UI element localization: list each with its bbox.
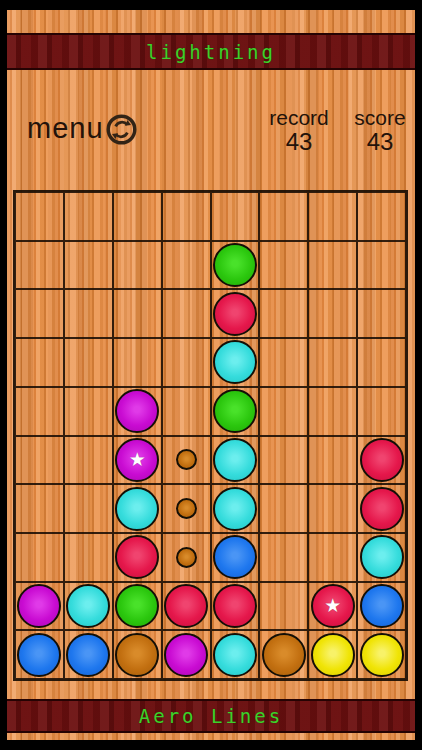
board-cell-r1c1[interactable] (15, 192, 64, 241)
ball-magenta-star[interactable]: ★ (115, 438, 159, 482)
ball-green[interactable] (213, 389, 257, 433)
board-cell-r2c7[interactable] (308, 241, 357, 290)
board-cell-r4c2[interactable] (64, 338, 113, 387)
board-cell-r2c5[interactable] (211, 241, 260, 290)
board-cell-r9c7[interactable]: ★ (308, 582, 357, 631)
board-cell-r1c4[interactable] (162, 192, 211, 241)
board-cell-r8c8[interactable] (357, 533, 406, 582)
board-cell-r9c5[interactable] (211, 582, 260, 631)
ball-red[interactable] (115, 535, 159, 579)
board-cell-r7c2[interactable] (64, 484, 113, 533)
board-cell-r7c5[interactable] (211, 484, 260, 533)
ball-magenta[interactable] (17, 584, 61, 628)
board-cell-r5c8[interactable] (357, 387, 406, 436)
board-cell-r1c6[interactable] (259, 192, 308, 241)
board-cell-r2c4[interactable] (162, 241, 211, 290)
board-cell-r1c7[interactable] (308, 192, 357, 241)
board-cell-r2c6[interactable] (259, 241, 308, 290)
ball-orange[interactable] (115, 633, 159, 677)
board-cell-r8c1[interactable] (15, 533, 64, 582)
board-cell-r5c3[interactable] (113, 387, 162, 436)
board-cell-r8c7[interactable] (308, 533, 357, 582)
board-cell-r4c1[interactable] (15, 338, 64, 387)
board-cell-r3c5[interactable] (211, 289, 260, 338)
ball-cyan[interactable] (213, 633, 257, 677)
board-cell-r1c3[interactable] (113, 192, 162, 241)
board-cell-r6c5[interactable] (211, 436, 260, 485)
board-cell-r3c4[interactable] (162, 289, 211, 338)
ball-preview-orange[interactable] (176, 547, 197, 568)
board-cell-r4c8[interactable] (357, 338, 406, 387)
board-cell-r3c2[interactable] (64, 289, 113, 338)
board-cell-r10c4[interactable] (162, 630, 211, 679)
board-cell-r5c7[interactable] (308, 387, 357, 436)
board-cell-r9c2[interactable] (64, 582, 113, 631)
app-banner: Aero Lines (7, 699, 415, 733)
mode-banner: lightning (7, 33, 415, 70)
ball-magenta[interactable] (164, 633, 208, 677)
board-cell-r6c7[interactable] (308, 436, 357, 485)
board-cell-r2c8[interactable] (357, 241, 406, 290)
board-cell-r7c8[interactable] (357, 484, 406, 533)
board-cell-r9c6[interactable] (259, 582, 308, 631)
refresh-icon (105, 113, 138, 146)
board-cell-r7c6[interactable] (259, 484, 308, 533)
board-cell-r7c7[interactable] (308, 484, 357, 533)
ball-blue[interactable] (213, 535, 257, 579)
mode-banner-label: lightning (146, 41, 276, 63)
star-icon: ★ (129, 450, 146, 469)
board-cell-r1c5[interactable] (211, 192, 260, 241)
board-cell-r6c1[interactable] (15, 436, 64, 485)
wood-background: lightning menu record 43 score 43 ★★ (7, 10, 415, 740)
board-cell-r4c6[interactable] (259, 338, 308, 387)
board-cell-r9c8[interactable] (357, 582, 406, 631)
ball-yellow[interactable] (360, 633, 404, 677)
ball-magenta[interactable] (115, 389, 159, 433)
ball-cyan[interactable] (115, 487, 159, 531)
board-cell-r3c6[interactable] (259, 289, 308, 338)
board-cell-r3c3[interactable] (113, 289, 162, 338)
board-cell-r8c3[interactable] (113, 533, 162, 582)
ball-green[interactable] (213, 243, 257, 287)
board-cell-r7c1[interactable] (15, 484, 64, 533)
ball-orange[interactable] (262, 633, 306, 677)
board-cell-r3c7[interactable] (308, 289, 357, 338)
board-cell-r5c2[interactable] (64, 387, 113, 436)
ball-green[interactable] (115, 584, 159, 628)
board-cell-r6c3[interactable]: ★ (113, 436, 162, 485)
ball-cyan[interactable] (213, 340, 257, 384)
record-stat: record 43 (263, 106, 335, 155)
board-cell-r8c2[interactable] (64, 533, 113, 582)
ball-preview-orange[interactable] (176, 498, 197, 519)
board-cell-r1c2[interactable] (64, 192, 113, 241)
board-cell-r5c5[interactable] (211, 387, 260, 436)
board-cell-r8c4[interactable] (162, 533, 211, 582)
ball-yellow[interactable] (311, 633, 355, 677)
board-cell-r4c7[interactable] (308, 338, 357, 387)
board-cell-r4c4[interactable] (162, 338, 211, 387)
board-cell-r6c6[interactable] (259, 436, 308, 485)
board-cell-r6c4[interactable] (162, 436, 211, 485)
board-cell-r2c1[interactable] (15, 241, 64, 290)
board-cell-r10c1[interactable] (15, 630, 64, 679)
board-cell-r5c6[interactable] (259, 387, 308, 436)
ball-preview-orange[interactable] (176, 449, 197, 470)
board-cell-r5c4[interactable] (162, 387, 211, 436)
star-icon: ★ (324, 596, 341, 615)
ball-red[interactable] (360, 438, 404, 482)
board: ★★ (13, 190, 408, 681)
board-cell-r10c3[interactable] (113, 630, 162, 679)
ball-red-star[interactable]: ★ (311, 584, 355, 628)
ball-cyan[interactable] (213, 487, 257, 531)
ball-red[interactable] (360, 487, 404, 531)
board-cell-r6c8[interactable] (357, 436, 406, 485)
app-banner-label: Aero Lines (139, 705, 283, 727)
ball-blue[interactable] (360, 584, 404, 628)
ball-red[interactable] (213, 292, 257, 336)
score-label: score (347, 106, 413, 129)
board-cell-r1c8[interactable] (357, 192, 406, 241)
board-cell-r2c3[interactable] (113, 241, 162, 290)
record-label: record (263, 106, 335, 129)
board-cell-r8c5[interactable] (211, 533, 260, 582)
board-cell-r10c8[interactable] (357, 630, 406, 679)
board-cell-r10c5[interactable] (211, 630, 260, 679)
ball-blue[interactable] (17, 633, 61, 677)
ball-cyan[interactable] (66, 584, 110, 628)
board-cell-r4c3[interactable] (113, 338, 162, 387)
board-cell-r3c1[interactable] (15, 289, 64, 338)
ball-red[interactable] (213, 584, 257, 628)
board-cell-r9c1[interactable] (15, 582, 64, 631)
ball-cyan[interactable] (213, 438, 257, 482)
score-stat: score 43 (347, 106, 413, 155)
app-screen: lightning menu record 43 score 43 ★★ (0, 0, 422, 750)
board-cell-r10c7[interactable] (308, 630, 357, 679)
board-cell-r2c2[interactable] (64, 241, 113, 290)
ball-cyan[interactable] (360, 535, 404, 579)
board-cell-r10c6[interactable] (259, 630, 308, 679)
board-cell-r3c8[interactable] (357, 289, 406, 338)
ball-red[interactable] (164, 584, 208, 628)
board-cell-r4c5[interactable] (211, 338, 260, 387)
board-cell-r6c2[interactable] (64, 436, 113, 485)
board-cell-r10c2[interactable] (64, 630, 113, 679)
refresh-button[interactable] (105, 113, 138, 146)
board-cell-r7c4[interactable] (162, 484, 211, 533)
board-cell-r9c4[interactable] (162, 582, 211, 631)
score-value: 43 (347, 129, 413, 155)
board-cell-r9c3[interactable] (113, 582, 162, 631)
board-cell-r7c3[interactable] (113, 484, 162, 533)
record-value: 43 (263, 129, 335, 155)
menu-button[interactable]: menu (27, 112, 104, 145)
ball-blue[interactable] (66, 633, 110, 677)
board-cell-r5c1[interactable] (15, 387, 64, 436)
board-cell-r8c6[interactable] (259, 533, 308, 582)
